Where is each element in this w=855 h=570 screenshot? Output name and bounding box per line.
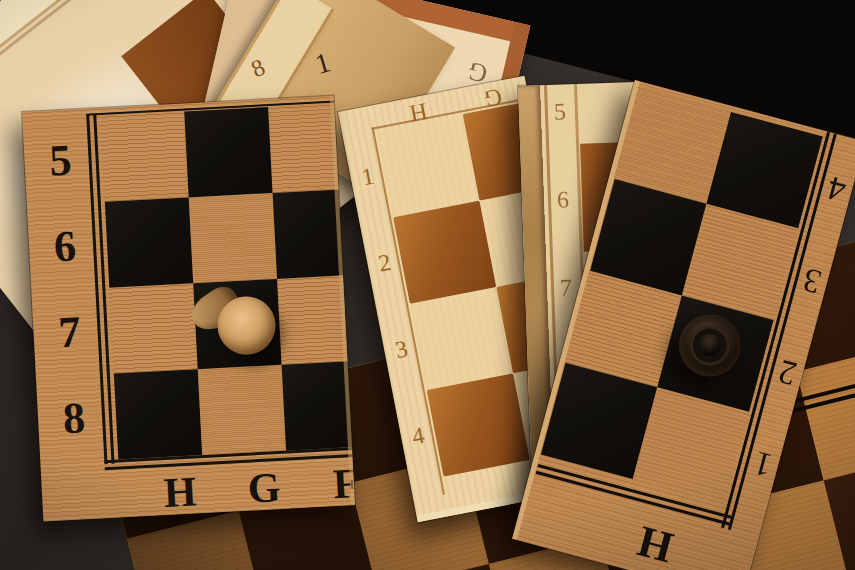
white-pawn [191,279,283,369]
file-label-h: H [622,513,689,570]
board-left-oak-half: 5 6 7 8 H G F [22,96,355,522]
board-square-dark [114,369,202,459]
board-square-dark [393,201,496,304]
rank-label-6: 6 [44,220,87,273]
file-label-h: H [153,467,207,518]
rank-label-7: 7 [48,306,91,359]
file-label-g: G [237,463,291,514]
file-label-h: H [401,96,436,128]
board-square-dark [273,189,345,278]
rank-label-2: 2 [369,248,400,279]
rank-label-1: 1 [353,161,384,192]
file-label-g: G [476,82,511,114]
board-square-dark [427,373,530,476]
rank-label-3: 3 [386,334,417,365]
board-square-light [198,365,286,455]
board-square-light [100,112,188,202]
board-square-dark [184,107,272,197]
rank-label-5: 5 [546,98,573,126]
board-square-light [410,287,513,390]
rank-label-4: 4 [403,420,434,451]
board-square-light [109,283,197,373]
board-square-light [189,193,277,283]
photo-folded-chess-boards: { "game": "chess", "scene": "Overhead ph… [0,0,855,570]
board-square-dark [282,361,354,450]
board-square-light [277,275,349,364]
rank-label-8: 8 [53,392,96,445]
strip-board-label-8: 8 [247,54,269,84]
white-pawn-base [216,295,277,356]
board-square-dark [105,197,193,287]
rank-label-6: 6 [550,186,577,214]
board-square-light [268,104,340,193]
tan-board-label-1: 1 [312,46,335,81]
rank-label-5: 5 [39,134,82,187]
board-square-light [376,114,479,217]
